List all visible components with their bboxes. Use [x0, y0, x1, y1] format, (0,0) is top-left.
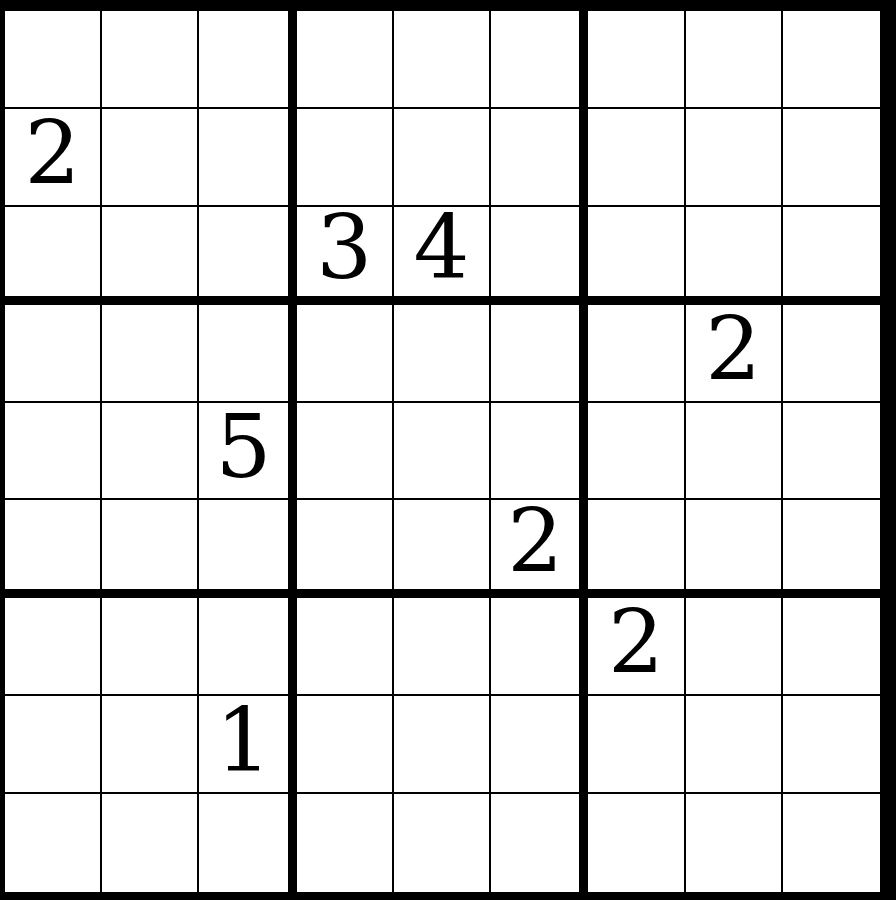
cell-r3c0[interactable] — [5, 305, 102, 403]
cell-r1c8[interactable] — [783, 109, 880, 207]
cell-r1c0[interactable]: 2 — [5, 109, 102, 207]
cell-r6c1[interactable] — [102, 598, 199, 696]
cell-r3c8[interactable] — [783, 305, 880, 403]
cell-r1c5[interactable] — [491, 109, 588, 207]
cell-r8c3[interactable] — [297, 794, 394, 892]
cell-r2c7[interactable] — [686, 207, 783, 305]
cell-r1c1[interactable] — [102, 109, 199, 207]
cell-r4c3[interactable] — [297, 403, 394, 501]
cell-r5c5[interactable]: 2 — [491, 500, 588, 598]
cell-r6c6[interactable]: 2 — [588, 598, 685, 696]
given-digit: 2 — [608, 599, 664, 687]
cell-r2c0[interactable] — [5, 207, 102, 305]
cell-r5c6[interactable] — [588, 500, 685, 598]
cell-r4c2[interactable]: 5 — [199, 403, 296, 501]
cell-r0c4[interactable] — [394, 11, 491, 109]
sudoku-grid: 23425221 — [5, 11, 880, 892]
cell-r8c2[interactable] — [199, 794, 296, 892]
cell-r1c6[interactable] — [588, 109, 685, 207]
cell-r6c8[interactable] — [783, 598, 880, 696]
cell-r5c7[interactable] — [686, 500, 783, 598]
cell-r2c5[interactable] — [491, 207, 588, 305]
cell-r7c6[interactable] — [588, 696, 685, 794]
cell-r8c8[interactable] — [783, 794, 880, 892]
given-digit: 5 — [216, 403, 272, 491]
cell-r8c4[interactable] — [394, 794, 491, 892]
cell-r8c1[interactable] — [102, 794, 199, 892]
given-digit: 1 — [216, 697, 272, 785]
cell-r0c6[interactable] — [588, 11, 685, 109]
cell-r4c7[interactable] — [686, 403, 783, 501]
cell-r5c0[interactable] — [5, 500, 102, 598]
cell-r6c5[interactable] — [491, 598, 588, 696]
cell-r2c4[interactable]: 4 — [394, 207, 491, 305]
cell-r6c0[interactable] — [5, 598, 102, 696]
sudoku-board: 23425221 — [0, 0, 896, 900]
cell-r0c1[interactable] — [102, 11, 199, 109]
cell-r4c5[interactable] — [491, 403, 588, 501]
cell-r3c6[interactable] — [588, 305, 685, 403]
cell-r5c8[interactable] — [783, 500, 880, 598]
cell-r4c4[interactable] — [394, 403, 491, 501]
cell-r0c2[interactable] — [199, 11, 296, 109]
cell-r8c0[interactable] — [5, 794, 102, 892]
cell-r8c6[interactable] — [588, 794, 685, 892]
cell-r3c4[interactable] — [394, 305, 491, 403]
cell-r5c4[interactable] — [394, 500, 491, 598]
cell-r2c2[interactable] — [199, 207, 296, 305]
cell-r1c3[interactable] — [297, 109, 394, 207]
cell-r7c7[interactable] — [686, 696, 783, 794]
cell-r2c3[interactable]: 3 — [297, 207, 394, 305]
cell-r3c5[interactable] — [491, 305, 588, 403]
cell-r6c3[interactable] — [297, 598, 394, 696]
cell-r5c1[interactable] — [102, 500, 199, 598]
cell-r8c7[interactable] — [686, 794, 783, 892]
cell-r3c7[interactable]: 2 — [686, 305, 783, 403]
cell-r1c2[interactable] — [199, 109, 296, 207]
cell-r5c2[interactable] — [199, 500, 296, 598]
given-digit: 3 — [316, 204, 372, 292]
given-digit: 2 — [25, 110, 81, 198]
given-digit: 2 — [705, 306, 761, 394]
cell-r3c1[interactable] — [102, 305, 199, 403]
cell-r7c0[interactable] — [5, 696, 102, 794]
cell-r3c2[interactable] — [199, 305, 296, 403]
given-digit: 2 — [507, 498, 563, 586]
cell-r4c0[interactable] — [5, 403, 102, 501]
cell-r0c8[interactable] — [783, 11, 880, 109]
cell-r0c0[interactable] — [5, 11, 102, 109]
cell-r0c5[interactable] — [491, 11, 588, 109]
cell-r7c2[interactable]: 1 — [199, 696, 296, 794]
cell-r6c7[interactable] — [686, 598, 783, 696]
cell-r7c3[interactable] — [297, 696, 394, 794]
cell-r7c4[interactable] — [394, 696, 491, 794]
cell-r7c1[interactable] — [102, 696, 199, 794]
cell-r5c3[interactable] — [297, 500, 394, 598]
cell-r1c7[interactable] — [686, 109, 783, 207]
cell-r6c2[interactable] — [199, 598, 296, 696]
given-digit: 4 — [413, 204, 469, 292]
cell-r1c4[interactable] — [394, 109, 491, 207]
cell-r2c1[interactable] — [102, 207, 199, 305]
cell-r4c8[interactable] — [783, 403, 880, 501]
cell-r7c5[interactable] — [491, 696, 588, 794]
cell-r4c6[interactable] — [588, 403, 685, 501]
cell-r7c8[interactable] — [783, 696, 880, 794]
cell-r3c3[interactable] — [297, 305, 394, 403]
cell-r8c5[interactable] — [491, 794, 588, 892]
cell-r2c6[interactable] — [588, 207, 685, 305]
cell-r6c4[interactable] — [394, 598, 491, 696]
cell-r2c8[interactable] — [783, 207, 880, 305]
cell-r4c1[interactable] — [102, 403, 199, 501]
cell-r0c3[interactable] — [297, 11, 394, 109]
cell-r0c7[interactable] — [686, 11, 783, 109]
